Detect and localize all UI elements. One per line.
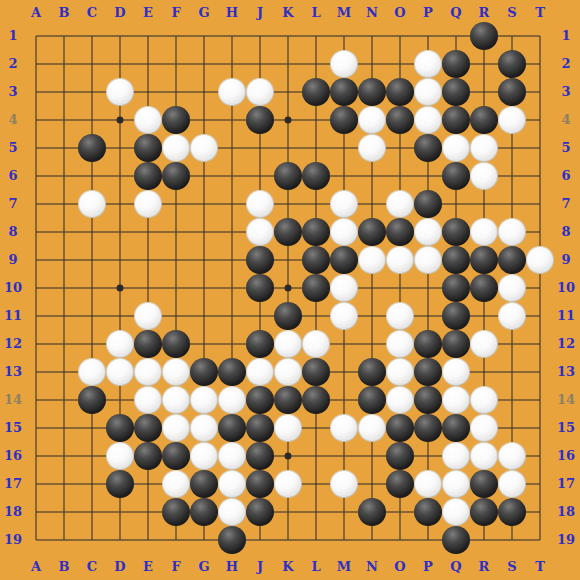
black-stone-S9: [498, 246, 526, 274]
black-stone-J14: [246, 386, 274, 414]
black-stone-H15: [218, 414, 246, 442]
black-stone-Q6: [442, 162, 470, 190]
black-stone-O16: [386, 442, 414, 470]
coord-label-top-S: S: [507, 6, 516, 20]
coord-label-bottom-L: L: [311, 560, 320, 574]
black-stone-K11: [274, 302, 302, 330]
coord-label-left-9: 9: [8, 253, 17, 267]
white-stone-R12: [470, 330, 498, 358]
black-stone-O15: [386, 414, 414, 442]
white-stone-P17: [414, 470, 442, 498]
black-stone-R4: [470, 106, 498, 134]
black-stone-Q9: [442, 246, 470, 274]
white-stone-P9: [414, 246, 442, 274]
black-stone-J12: [246, 330, 274, 358]
coord-label-right-17: 17: [557, 477, 575, 491]
black-stone-S3: [498, 78, 526, 106]
coord-label-top-A: A: [31, 6, 41, 20]
white-stone-Q13: [442, 358, 470, 386]
coord-label-right-8: 8: [561, 225, 570, 239]
black-stone-J16: [246, 442, 274, 470]
black-stone-R17: [470, 470, 498, 498]
black-stone-M4: [330, 106, 358, 134]
black-stone-G13: [190, 358, 218, 386]
black-stone-S2: [498, 50, 526, 78]
coord-label-right-11: 11: [557, 309, 575, 323]
black-stone-R9: [470, 246, 498, 274]
white-stone-O11: [386, 302, 414, 330]
white-stone-S8: [498, 218, 526, 246]
black-stone-G18: [190, 498, 218, 526]
coord-label-left-12: 12: [4, 337, 22, 351]
white-stone-O9: [386, 246, 414, 274]
coord-label-left-8: 8: [8, 225, 17, 239]
black-stone-L9: [302, 246, 330, 274]
coord-label-left-2: 2: [8, 57, 17, 71]
white-stone-R6: [470, 162, 498, 190]
coord-label-bottom-C: C: [87, 560, 97, 574]
white-stone-O13: [386, 358, 414, 386]
white-stone-K15: [274, 414, 302, 442]
white-stone-S4: [498, 106, 526, 134]
coord-label-bottom-H: H: [226, 560, 238, 574]
white-stone-J13: [246, 358, 274, 386]
white-stone-Q5: [442, 134, 470, 162]
coord-label-top-L: L: [311, 6, 320, 20]
black-stone-N13: [358, 358, 386, 386]
black-stone-H13: [218, 358, 246, 386]
white-stone-F14: [162, 386, 190, 414]
black-stone-O8: [386, 218, 414, 246]
white-stone-R8: [470, 218, 498, 246]
star-point-K16: [285, 453, 292, 460]
black-stone-C14: [78, 386, 106, 414]
coord-label-left-7: 7: [8, 197, 17, 211]
white-stone-J7: [246, 190, 274, 218]
black-stone-Q3: [442, 78, 470, 106]
white-stone-J8: [246, 218, 274, 246]
white-stone-E11: [134, 302, 162, 330]
coord-label-left-19: 19: [4, 533, 22, 547]
coord-label-left-14: 14: [4, 393, 22, 407]
black-stone-P5: [414, 134, 442, 162]
coord-label-bottom-E: E: [143, 560, 153, 574]
coord-label-left-3: 3: [8, 85, 17, 99]
white-stone-H17: [218, 470, 246, 498]
coord-label-bottom-T: T: [535, 560, 545, 574]
white-stone-G15: [190, 414, 218, 442]
white-stone-E14: [134, 386, 162, 414]
coord-label-right-2: 2: [561, 57, 570, 71]
black-stone-J9: [246, 246, 274, 274]
coord-label-top-D: D: [114, 6, 125, 20]
coord-label-left-1: 1: [8, 29, 17, 43]
white-stone-H18: [218, 498, 246, 526]
white-stone-D16: [106, 442, 134, 470]
white-stone-K17: [274, 470, 302, 498]
white-stone-S17: [498, 470, 526, 498]
coord-label-bottom-S: S: [507, 560, 516, 574]
white-stone-C13: [78, 358, 106, 386]
black-stone-E6: [134, 162, 162, 190]
coord-label-top-E: E: [143, 6, 153, 20]
white-stone-M10: [330, 274, 358, 302]
white-stone-T9: [526, 246, 554, 274]
black-stone-D17: [106, 470, 134, 498]
coord-label-top-F: F: [171, 6, 180, 20]
white-stone-R14: [470, 386, 498, 414]
white-stone-O7: [386, 190, 414, 218]
coord-label-top-Q: Q: [450, 6, 461, 20]
black-stone-M9: [330, 246, 358, 274]
coord-label-top-B: B: [59, 6, 70, 20]
black-stone-L13: [302, 358, 330, 386]
white-stone-L12: [302, 330, 330, 358]
white-stone-F15: [162, 414, 190, 442]
black-stone-F6: [162, 162, 190, 190]
white-stone-H14: [218, 386, 246, 414]
black-stone-R1: [470, 22, 498, 50]
coord-label-top-C: C: [87, 6, 97, 20]
white-stone-F13: [162, 358, 190, 386]
coord-label-right-1: 1: [561, 29, 570, 43]
black-stone-N18: [358, 498, 386, 526]
coord-label-left-10: 10: [4, 281, 22, 295]
black-stone-O3: [386, 78, 414, 106]
black-stone-N14: [358, 386, 386, 414]
coord-label-left-13: 13: [4, 365, 22, 379]
white-stone-N9: [358, 246, 386, 274]
black-stone-R10: [470, 274, 498, 302]
black-stone-O17: [386, 470, 414, 498]
coord-label-bottom-O: O: [394, 560, 405, 574]
coord-label-right-10: 10: [557, 281, 575, 295]
coord-label-right-14: 14: [557, 393, 575, 407]
coord-label-bottom-A: A: [31, 560, 41, 574]
black-stone-P14: [414, 386, 442, 414]
coord-label-left-5: 5: [8, 141, 17, 155]
coord-label-bottom-K: K: [282, 560, 293, 574]
black-stone-H19: [218, 526, 246, 554]
coord-label-bottom-M: M: [337, 560, 351, 574]
coord-label-bottom-D: D: [114, 560, 125, 574]
white-stone-M17: [330, 470, 358, 498]
white-stone-S16: [498, 442, 526, 470]
black-stone-R18: [470, 498, 498, 526]
coord-label-bottom-N: N: [366, 560, 378, 574]
black-stone-C5: [78, 134, 106, 162]
white-stone-C7: [78, 190, 106, 218]
black-stone-Q11: [442, 302, 470, 330]
coord-label-bottom-J: J: [257, 560, 263, 574]
white-stone-R16: [470, 442, 498, 470]
black-stone-K6: [274, 162, 302, 190]
black-stone-J17: [246, 470, 274, 498]
black-stone-E12: [134, 330, 162, 358]
black-stone-O4: [386, 106, 414, 134]
coord-label-top-G: G: [198, 6, 209, 20]
star-point-D10: [117, 285, 124, 292]
black-stone-L6: [302, 162, 330, 190]
black-stone-E5: [134, 134, 162, 162]
black-stone-P12: [414, 330, 442, 358]
coord-label-bottom-F: F: [171, 560, 180, 574]
coord-label-bottom-P: P: [423, 560, 433, 574]
black-stone-S18: [498, 498, 526, 526]
black-stone-L3: [302, 78, 330, 106]
coord-label-left-15: 15: [4, 421, 22, 435]
white-stone-M15: [330, 414, 358, 442]
black-stone-K14: [274, 386, 302, 414]
coord-label-top-J: J: [257, 6, 263, 20]
black-stone-P18: [414, 498, 442, 526]
black-stone-M3: [330, 78, 358, 106]
black-stone-Q10: [442, 274, 470, 302]
coord-label-left-16: 16: [4, 449, 22, 463]
white-stone-Q17: [442, 470, 470, 498]
white-stone-M2: [330, 50, 358, 78]
black-stone-G17: [190, 470, 218, 498]
white-stone-J3: [246, 78, 274, 106]
coord-label-left-17: 17: [4, 477, 22, 491]
white-stone-R5: [470, 134, 498, 162]
black-stone-Q8: [442, 218, 470, 246]
go-board[interactable]: AABBCCDDEEFFGGHHJJKKLLMMNNOOPPQQRRSSTT11…: [0, 0, 580, 580]
white-stone-P4: [414, 106, 442, 134]
black-stone-P15: [414, 414, 442, 442]
black-stone-K8: [274, 218, 302, 246]
coord-label-right-3: 3: [561, 85, 570, 99]
black-stone-P7: [414, 190, 442, 218]
coord-label-bottom-B: B: [59, 560, 70, 574]
black-stone-Q4: [442, 106, 470, 134]
white-stone-Q14: [442, 386, 470, 414]
white-stone-F17: [162, 470, 190, 498]
black-stone-F16: [162, 442, 190, 470]
coord-label-top-R: R: [479, 6, 490, 20]
black-stone-P13: [414, 358, 442, 386]
white-stone-G5: [190, 134, 218, 162]
coord-label-top-M: M: [337, 6, 351, 20]
black-stone-L14: [302, 386, 330, 414]
white-stone-D13: [106, 358, 134, 386]
black-stone-L10: [302, 274, 330, 302]
white-stone-E7: [134, 190, 162, 218]
coord-label-left-6: 6: [8, 169, 17, 183]
white-stone-G16: [190, 442, 218, 470]
black-stone-L8: [302, 218, 330, 246]
coord-label-left-11: 11: [4, 309, 22, 323]
coord-label-bottom-Q: Q: [450, 560, 461, 574]
coord-label-left-4: 4: [8, 113, 17, 127]
coord-label-right-12: 12: [557, 337, 575, 351]
coord-label-right-6: 6: [561, 169, 570, 183]
black-stone-J10: [246, 274, 274, 302]
white-stone-H16: [218, 442, 246, 470]
black-stone-E16: [134, 442, 162, 470]
black-stone-D15: [106, 414, 134, 442]
white-stone-R15: [470, 414, 498, 442]
white-stone-N15: [358, 414, 386, 442]
coord-label-right-4: 4: [561, 113, 570, 127]
coord-label-right-15: 15: [557, 421, 575, 435]
star-point-K4: [285, 117, 292, 124]
white-stone-M7: [330, 190, 358, 218]
coord-label-top-K: K: [282, 6, 293, 20]
black-stone-N8: [358, 218, 386, 246]
star-point-K10: [285, 285, 292, 292]
coord-label-top-H: H: [226, 6, 238, 20]
white-stone-P8: [414, 218, 442, 246]
white-stone-K13: [274, 358, 302, 386]
white-stone-E13: [134, 358, 162, 386]
black-stone-Q15: [442, 414, 470, 442]
white-stone-Q18: [442, 498, 470, 526]
white-stone-Q16: [442, 442, 470, 470]
black-stone-F4: [162, 106, 190, 134]
coord-label-right-5: 5: [561, 141, 570, 155]
coord-label-right-7: 7: [561, 197, 570, 211]
white-stone-E4: [134, 106, 162, 134]
coord-label-top-T: T: [535, 6, 545, 20]
coord-label-right-9: 9: [561, 253, 570, 267]
black-stone-J15: [246, 414, 274, 442]
white-stone-P2: [414, 50, 442, 78]
white-stone-O12: [386, 330, 414, 358]
coord-label-top-N: N: [366, 6, 378, 20]
black-stone-E15: [134, 414, 162, 442]
white-stone-N5: [358, 134, 386, 162]
black-stone-Q12: [442, 330, 470, 358]
white-stone-N4: [358, 106, 386, 134]
white-stone-F5: [162, 134, 190, 162]
white-stone-S10: [498, 274, 526, 302]
coord-label-bottom-G: G: [198, 560, 209, 574]
coord-label-right-19: 19: [557, 533, 575, 547]
white-stone-G14: [190, 386, 218, 414]
white-stone-O14: [386, 386, 414, 414]
white-stone-H3: [218, 78, 246, 106]
black-stone-Q2: [442, 50, 470, 78]
white-stone-P3: [414, 78, 442, 106]
star-point-D4: [117, 117, 124, 124]
white-stone-D3: [106, 78, 134, 106]
black-stone-F18: [162, 498, 190, 526]
white-stone-S11: [498, 302, 526, 330]
white-stone-K12: [274, 330, 302, 358]
coord-label-left-18: 18: [4, 505, 22, 519]
black-stone-Q19: [442, 526, 470, 554]
black-stone-J18: [246, 498, 274, 526]
coord-label-bottom-R: R: [479, 560, 490, 574]
coord-label-right-16: 16: [557, 449, 575, 463]
coord-label-right-13: 13: [557, 365, 575, 379]
black-stone-F12: [162, 330, 190, 358]
coord-label-right-18: 18: [557, 505, 575, 519]
black-stone-N3: [358, 78, 386, 106]
black-stone-J4: [246, 106, 274, 134]
white-stone-M8: [330, 218, 358, 246]
white-stone-D12: [106, 330, 134, 358]
coord-label-top-P: P: [423, 6, 433, 20]
white-stone-M11: [330, 302, 358, 330]
coord-label-top-O: O: [394, 6, 405, 20]
